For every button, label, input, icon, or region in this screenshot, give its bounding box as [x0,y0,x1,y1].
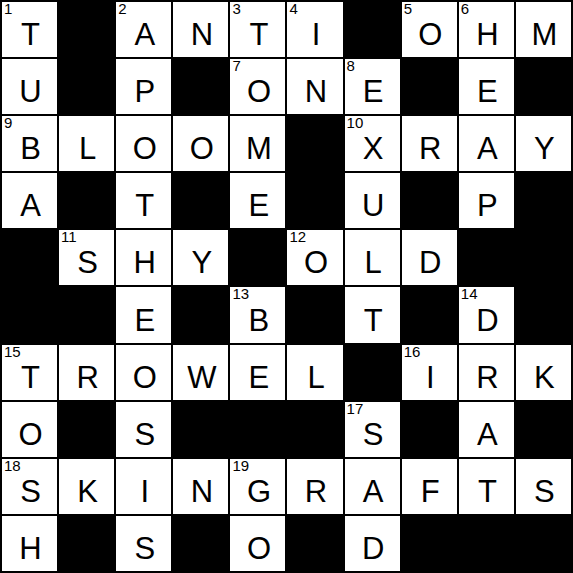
cell-r5c6[interactable]: T [345,287,400,342]
cell-r8c1[interactable]: K [59,459,114,514]
black-cell-r9c7 [402,516,457,571]
cell-letter: B [249,305,270,336]
cell-letter: D [362,533,384,564]
cell-r6c5[interactable]: L [287,345,342,400]
cell-letter: O [247,76,271,107]
black-cell-r9c9 [516,516,571,571]
cell-letter: M [246,133,272,164]
cell-r9c0[interactable]: H [2,516,57,571]
cell-r2c1[interactable]: L [59,116,114,171]
cell-r4c7[interactable]: D [402,230,457,285]
cell-r6c0[interactable]: 15T [2,345,57,400]
cell-r4c2[interactable]: H [116,230,171,285]
black-cell-r3c3 [173,173,228,228]
black-cell-r5c0 [2,287,57,342]
cell-r8c3[interactable]: N [173,459,228,514]
cell-r8c7[interactable]: F [402,459,457,514]
clue-number: 8 [347,58,355,75]
black-cell-r5c3 [173,287,228,342]
cell-letter: A [477,419,498,450]
cell-letter: E [134,305,155,336]
clue-number: 1 [4,1,12,18]
cell-letter: B [20,133,41,164]
black-cell-r9c1 [59,516,114,571]
black-cell-r7c4 [230,402,285,457]
black-cell-r4c0 [2,230,57,285]
clue-number: 17 [347,401,364,418]
cell-r7c6[interactable]: 17S [345,402,400,457]
black-cell-r3c7 [402,173,457,228]
black-cell-r5c5 [287,287,342,342]
cell-r3c0[interactable]: A [2,173,57,228]
cell-r6c1[interactable]: R [59,345,114,400]
cell-letter: I [140,476,149,507]
cell-letter: O [190,133,214,164]
cell-letter: U [362,190,384,221]
cell-r0c4[interactable]: 3T [230,2,285,57]
clue-number: 9 [4,115,12,132]
cell-r8c4[interactable]: 19G [230,459,285,514]
cell-letter: S [534,476,555,507]
cell-r5c8[interactable]: 14D [459,287,514,342]
cell-letter: N [305,76,327,107]
clue-number: 11 [61,229,77,246]
cell-letter: Y [534,133,555,164]
cell-letter: L [365,247,382,278]
cell-r9c4[interactable]: O [230,516,285,571]
cell-r1c2[interactable]: P [116,59,171,114]
clue-number: 6 [461,1,469,18]
cell-r2c0[interactable]: 9B [2,116,57,171]
cell-letter: D [476,305,498,336]
cell-letter: U [19,76,41,107]
cell-letter: Y [192,247,213,278]
cell-r0c5[interactable]: 4I [287,2,342,57]
cell-letter: O [18,419,42,450]
cell-letter: P [477,190,498,221]
clue-number: 10 [347,115,364,132]
black-cell-r7c1 [59,402,114,457]
black-cell-r7c9 [516,402,571,457]
cell-letter: S [20,476,41,507]
cell-letter: G [247,476,271,507]
black-cell-r7c3 [173,402,228,457]
cell-r1c8[interactable]: E [459,59,514,114]
cell-letter: A [134,19,155,50]
cell-r9c2[interactable]: S [116,516,171,571]
cell-r4c6[interactable]: L [345,230,400,285]
clue-number: 5 [404,1,412,18]
cell-letter: H [134,247,156,278]
black-cell-r3c5 [287,173,342,228]
black-cell-r1c1 [59,59,114,114]
black-cell-r3c9 [516,173,571,228]
black-cell-r2c5 [287,116,342,171]
cell-r8c2[interactable]: I [116,459,171,514]
cell-r6c4[interactable]: E [230,345,285,400]
cell-r3c4[interactable]: E [230,173,285,228]
cell-letter: S [77,247,98,278]
black-cell-r4c8 [459,230,514,285]
cell-letter: R [305,476,327,507]
cell-letter: M [532,19,558,50]
cell-letter: K [77,476,98,507]
cell-r3c8[interactable]: P [459,173,514,228]
clue-number: 19 [232,458,249,475]
black-cell-r6c6 [345,345,400,400]
cell-r0c9[interactable]: M [516,2,571,57]
cell-r6c9[interactable]: K [516,345,571,400]
cell-letter: O [418,19,442,50]
clue-number: 7 [232,58,240,75]
cell-letter: S [134,419,155,450]
crossword-board: 1T2AN3T4I5O6HMUP7ON8EE9BLOOM10XRAYATEUP1… [0,0,573,573]
cell-r8c0[interactable]: 18S [2,459,57,514]
cell-letter: E [249,362,270,393]
cell-r8c8[interactable]: T [459,459,514,514]
cell-r8c9[interactable]: S [516,459,571,514]
cell-r2c4[interactable]: M [230,116,285,171]
cell-letter: F [421,476,440,507]
cell-r3c2[interactable]: T [116,173,171,228]
cell-letter: W [187,362,216,393]
black-cell-r1c9 [516,59,571,114]
cell-r4c1[interactable]: 11S [59,230,114,285]
cell-r8c5[interactable]: R [287,459,342,514]
black-cell-r5c1 [59,287,114,342]
black-cell-r7c7 [402,402,457,457]
cell-letter: S [363,419,384,450]
black-cell-r3c1 [59,173,114,228]
clue-number: 14 [461,286,478,303]
cell-r0c3[interactable]: N [173,2,228,57]
cell-r7c8[interactable]: A [459,402,514,457]
cell-r0c8[interactable]: 6H [459,2,514,57]
cell-r2c8[interactable]: A [459,116,514,171]
cell-letter: T [135,190,154,221]
cell-letter: N [191,19,213,50]
cell-letter: H [476,19,498,50]
cell-r0c7[interactable]: 5O [402,2,457,57]
cell-r1c0[interactable]: U [2,59,57,114]
clue-number: 4 [289,1,297,18]
cell-letter: T [478,476,497,507]
black-cell-r9c8 [459,516,514,571]
cell-r5c4[interactable]: 13B [230,287,285,342]
cell-letter: H [19,533,41,564]
black-cell-r5c9 [516,287,571,342]
cell-letter: I [426,362,435,393]
cell-letter: X [363,133,384,164]
cell-r4c5[interactable]: 12O [287,230,342,285]
black-cell-r0c1 [59,2,114,57]
cell-r6c8[interactable]: R [459,345,514,400]
cell-r6c2[interactable]: O [116,345,171,400]
black-cell-r1c7 [402,59,457,114]
cell-letter: O [304,247,328,278]
cell-r0c2[interactable]: 2A [116,2,171,57]
cell-letter: K [534,362,555,393]
cell-letter: I [312,19,321,50]
black-cell-r5c7 [402,287,457,342]
cell-letter: T [249,19,268,50]
cell-letter: R [76,362,98,393]
clue-number: 16 [404,344,421,361]
cell-r2c7[interactable]: R [402,116,457,171]
cell-letter: D [419,247,441,278]
black-cell-r0c6 [345,2,400,57]
cell-letter: E [363,76,384,107]
cell-letter: L [307,362,324,393]
cell-r7c0[interactable]: O [2,402,57,457]
black-cell-r4c9 [516,230,571,285]
cell-r2c6[interactable]: 10X [345,116,400,171]
cell-letter: N [191,476,213,507]
cell-r0c0[interactable]: 1T [2,2,57,57]
cell-r6c3[interactable]: W [173,345,228,400]
cell-letter: R [476,362,498,393]
cell-r4c3[interactable]: Y [173,230,228,285]
clue-number: 13 [232,286,249,303]
cell-r2c2[interactable]: O [116,116,171,171]
clue-number: 2 [118,1,126,18]
cell-letter: O [133,362,157,393]
cell-letter: T [21,362,40,393]
cell-letter: P [134,76,155,107]
cell-letter: A [477,133,498,164]
black-cell-r9c3 [173,516,228,571]
black-cell-r4c4 [230,230,285,285]
cell-r8c6[interactable]: A [345,459,400,514]
clue-number: 18 [4,458,21,475]
cell-r9c6[interactable]: D [345,516,400,571]
cell-r1c5[interactable]: N [287,59,342,114]
black-cell-r1c3 [173,59,228,114]
cell-r5c2[interactable]: E [116,287,171,342]
cell-letter: R [419,133,441,164]
cell-r7c2[interactable]: S [116,402,171,457]
cell-letter: L [79,133,96,164]
cell-letter: A [20,190,41,221]
cell-letter: O [247,533,271,564]
black-cell-r9c5 [287,516,342,571]
cell-r2c3[interactable]: O [173,116,228,171]
cell-r1c4[interactable]: 7O [230,59,285,114]
cell-letter: E [477,76,498,107]
black-cell-r7c5 [287,402,342,457]
clue-number: 12 [289,229,306,246]
cell-letter: A [363,476,384,507]
clue-number: 15 [4,344,21,361]
cell-r6c7[interactable]: 16I [402,345,457,400]
cell-letter: S [134,533,155,564]
cell-letter: E [249,190,270,221]
cell-r2c9[interactable]: Y [516,116,571,171]
clue-number: 3 [232,1,240,18]
cell-letter: T [21,19,40,50]
cell-letter: O [133,133,157,164]
cell-r1c6[interactable]: 8E [345,59,400,114]
cell-letter: T [364,305,383,336]
cell-r3c6[interactable]: U [345,173,400,228]
